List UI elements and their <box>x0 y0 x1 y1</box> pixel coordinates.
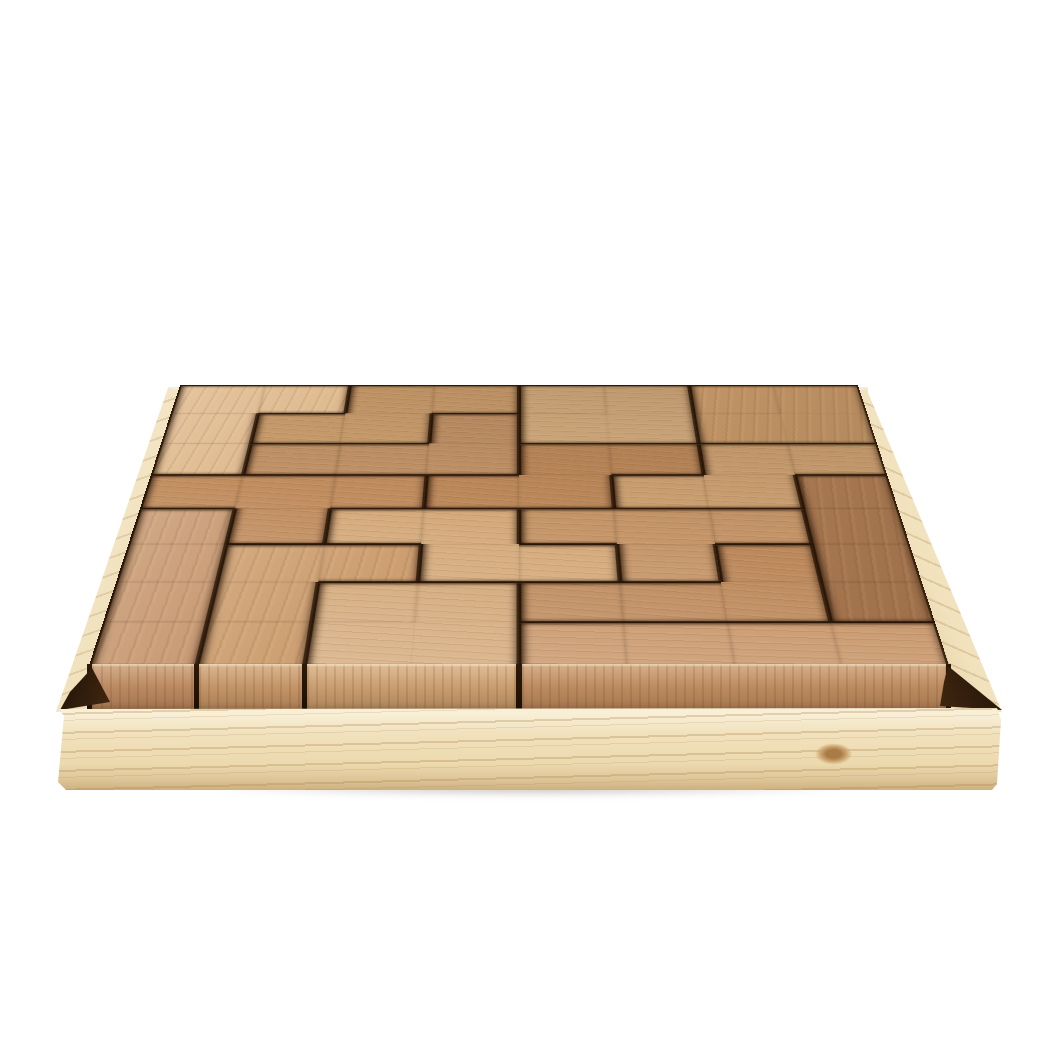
tray-front-wall <box>56 708 1002 790</box>
puzzle-piece-I-cell-r8c1[interactable] <box>89 622 207 665</box>
puzzle-piece-A-cell-r1c2[interactable] <box>258 385 350 413</box>
puzzle-piece-E-cell-r3c4[interactable] <box>427 443 519 475</box>
piece-P-front-face[interactable] <box>522 664 947 714</box>
puzzle-piece-C-cell-r1c5[interactable] <box>519 385 606 413</box>
puzzle-piece-R-cell-r7c8[interactable] <box>821 582 935 622</box>
puzzle-piece-B-cell-r2c3[interactable] <box>340 413 432 443</box>
puzzle-piece-G-cell-r3c7[interactable] <box>698 443 795 475</box>
puzzle-piece-H-cell-r4c3[interactable] <box>329 475 426 509</box>
puzzle-piece-I-cell-r6c1[interactable] <box>116 544 226 582</box>
puzzle-piece-C-cell-r2c6[interactable] <box>606 413 698 443</box>
puzzle-piece-M-cell-r7c4[interactable] <box>415 582 519 622</box>
puzzle-piece-F-cell-r3c5[interactable] <box>519 443 611 475</box>
puzzle-piece-L-cell-r6c2[interactable] <box>217 544 324 582</box>
puzzle-piece-G-cell-r4c7[interactable] <box>703 475 803 509</box>
puzzle-piece-J-cell-r5c4[interactable] <box>421 508 519 544</box>
puzzle-piece-C-cell-r1c6[interactable] <box>604 385 693 413</box>
puzzle-board[interactable] <box>89 385 949 665</box>
puzzle-piece-E-cell-r3c3[interactable] <box>335 443 430 475</box>
puzzle-piece-P-cell-r8c5[interactable] <box>519 622 626 665</box>
puzzle-board-plane <box>89 385 949 665</box>
puzzle-piece-D-cell-r2c8[interactable] <box>780 413 877 443</box>
puzzle-piece-A-cell-r3c1[interactable] <box>151 443 251 475</box>
puzzle-piece-K-cell-r6c6[interactable] <box>617 544 721 582</box>
puzzle-piece-P-cell-r8c8[interactable] <box>831 622 949 665</box>
puzzle-piece-C-cell-r2c5[interactable] <box>519 413 608 443</box>
puzzle-piece-H-cell-r4c2[interactable] <box>235 475 335 509</box>
puzzle-piece-J-cell-r6c5[interactable] <box>519 544 620 582</box>
puzzle-piece-B-cell-r2c2[interactable] <box>251 413 345 443</box>
front-faces-strip <box>87 664 951 714</box>
puzzle-piece-G-cell-r3c8[interactable] <box>787 443 887 475</box>
puzzle-piece-K-cell-r5c6[interactable] <box>614 508 715 544</box>
puzzle-piece-D-cell-r2c7[interactable] <box>693 413 787 443</box>
piece-I-front-face[interactable] <box>92 664 194 714</box>
puzzle-piece-L-cell-r7c2[interactable] <box>207 582 318 622</box>
puzzle-piece-L-cell-r8c2[interactable] <box>197 622 311 665</box>
puzzle-piece-H-cell-r4c1[interactable] <box>140 475 243 509</box>
puzzle-piece-B-cell-r1c3[interactable] <box>345 385 434 413</box>
puzzle-piece-J-cell-r5c3[interactable] <box>324 508 425 544</box>
puzzle-piece-F-cell-r3c6[interactable] <box>608 443 703 475</box>
piece-M-front-face[interactable] <box>307 664 517 714</box>
product-photo-scene <box>0 0 1060 1060</box>
puzzle-piece-L-cell-r6c3[interactable] <box>318 544 422 582</box>
puzzle-piece-N-cell-r7c5[interactable] <box>519 582 623 622</box>
puzzle-piece-B-cell-r1c4[interactable] <box>432 385 519 413</box>
piece-L-front-face[interactable] <box>199 664 301 714</box>
puzzle-piece-K-cell-r5c5[interactable] <box>519 508 617 544</box>
puzzle-piece-N-cell-r7c6[interactable] <box>620 582 727 622</box>
puzzle-piece-R-cell-r6c8[interactable] <box>812 544 922 582</box>
puzzle-piece-F-cell-r4c4[interactable] <box>424 475 519 509</box>
puzzle-piece-M-cell-r8c3[interactable] <box>304 622 415 665</box>
puzzle-piece-I-cell-r7c1[interactable] <box>103 582 217 622</box>
puzzle-piece-M-cell-r7c3[interactable] <box>311 582 418 622</box>
puzzle-piece-P-cell-r8c7[interactable] <box>727 622 841 665</box>
puzzle-piece-J-cell-r6c4[interactable] <box>418 544 519 582</box>
puzzle-piece-A-cell-r1c1[interactable] <box>171 385 265 413</box>
puzzle-piece-M-cell-r8c4[interactable] <box>412 622 519 665</box>
puzzle-piece-F-cell-r4c5[interactable] <box>519 475 614 509</box>
puzzle-piece-N-cell-r7c7[interactable] <box>720 582 831 622</box>
puzzle-piece-A-cell-r2c1[interactable] <box>161 413 258 443</box>
puzzle-piece-R-cell-r5c8[interactable] <box>803 508 909 544</box>
puzzle-piece-I-cell-r5c1[interactable] <box>128 508 234 544</box>
puzzle-piece-H-cell-r5c2[interactable] <box>226 508 329 544</box>
puzzle-piece-D-cell-r1c8[interactable] <box>773 385 867 413</box>
puzzle-piece-E-cell-r3c2[interactable] <box>243 443 340 475</box>
puzzle-piece-R-cell-r4c8[interactable] <box>795 475 898 509</box>
puzzle-piece-K-cell-r5c7[interactable] <box>709 508 812 544</box>
puzzle-piece-P-cell-r8c6[interactable] <box>623 622 734 665</box>
puzzle-piece-N-cell-r6c7[interactable] <box>714 544 821 582</box>
puzzle-piece-D-cell-r1c7[interactable] <box>689 385 781 413</box>
puzzle-piece-E-cell-r2c4[interactable] <box>430 413 519 443</box>
puzzle-piece-G-cell-r4c6[interactable] <box>611 475 708 509</box>
